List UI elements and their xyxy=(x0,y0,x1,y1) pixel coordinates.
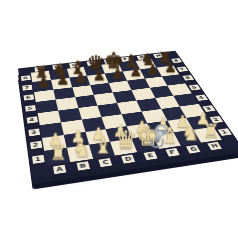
file-label-h-front-plaque: H xyxy=(207,141,222,150)
piece-white-rook[interactable]: ♜ xyxy=(42,143,75,163)
rank-label-5-left-plaque: 5 xyxy=(25,105,36,112)
rank-label-4-right: 4 xyxy=(192,92,211,104)
square-a1[interactable]: ♜ xyxy=(44,148,70,166)
rank-label-5-right-plaque: 5 xyxy=(188,85,200,91)
file-label-d-front-plaque: D xyxy=(121,154,135,163)
clasp-hook-icon xyxy=(150,139,164,148)
square-a7[interactable]: ♟ xyxy=(32,80,53,92)
square-c5[interactable] xyxy=(75,95,98,108)
file-label-a-front-plaque: A xyxy=(53,164,66,174)
file-label-g-front-plaque: G xyxy=(186,145,201,154)
piece-black-pawn[interactable]: ♟ xyxy=(30,76,57,90)
square-c4[interactable] xyxy=(78,106,102,120)
file-label-c-front-plaque: C xyxy=(99,158,113,167)
rank-label-4-right-plaque: 4 xyxy=(195,94,208,100)
file-label-f-front-plaque: F xyxy=(165,148,180,157)
square-b4[interactable] xyxy=(58,108,81,122)
rank-label-3-left-plaque: 3 xyxy=(28,128,40,136)
rank-label-6-left-plaque: 6 xyxy=(23,94,34,100)
rank-label-6-right-plaque: 6 xyxy=(182,75,194,81)
file-label-e-front-plaque: E xyxy=(143,151,157,160)
chess-set-photo: ABCDEFGH8♜♞♝♛♚♝♞♜87♟♟♟♟♟♟♟♟7665544332♟♟♟… xyxy=(0,0,238,238)
rank-label-4-left-plaque: 4 xyxy=(26,116,37,123)
file-label-b-front-plaque: B xyxy=(76,161,90,170)
metal-clasp xyxy=(146,123,169,152)
